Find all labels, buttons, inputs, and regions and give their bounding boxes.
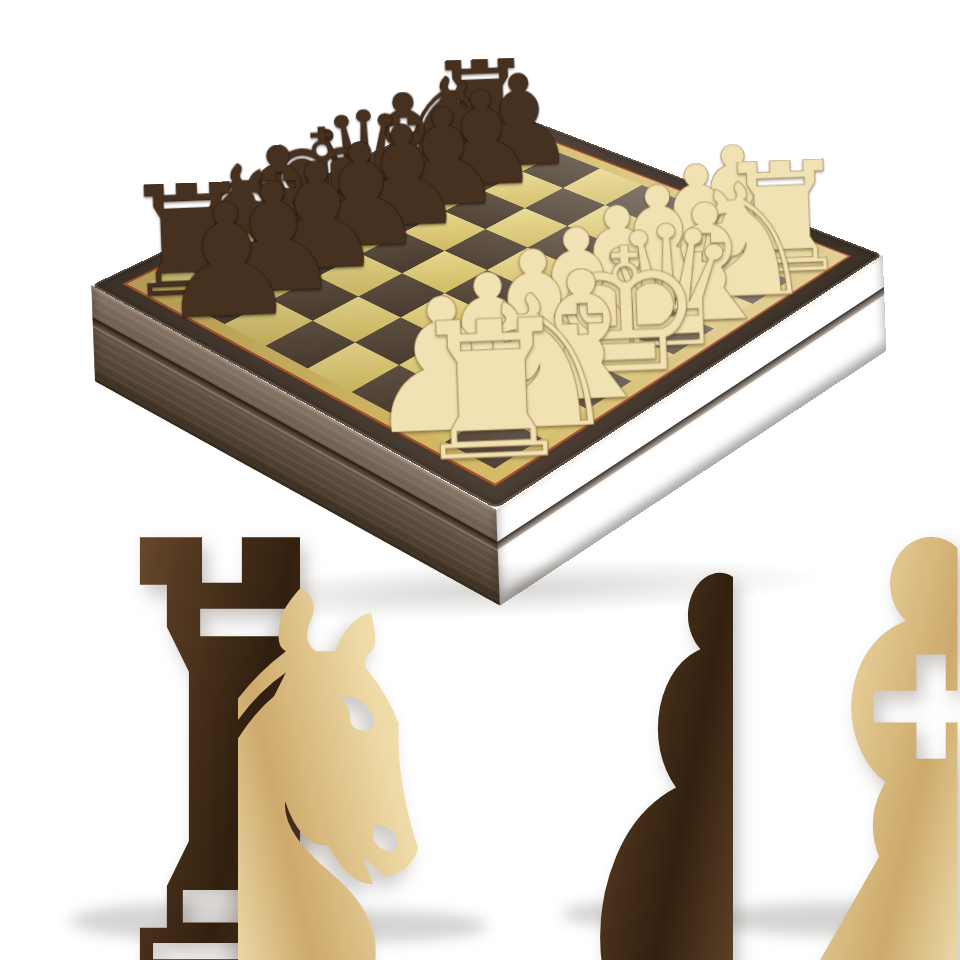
display-piece-light-knight: ♞	[238, 525, 493, 960]
display-piece-light-bishop: ♝	[703, 468, 958, 960]
light-knight-glyph: ♞	[81, 481, 492, 960]
product-photo-canvas: ♜♞♝♛♚♝♞♜♟♟♟♟♟♟♟♟♟♟♟♟♟♟♟♟♜♞♝♛♚♝♞♜ ♜ ♞ ♟ ♝	[0, 0, 960, 960]
light-bishop-glyph: ♝	[703, 418, 960, 960]
